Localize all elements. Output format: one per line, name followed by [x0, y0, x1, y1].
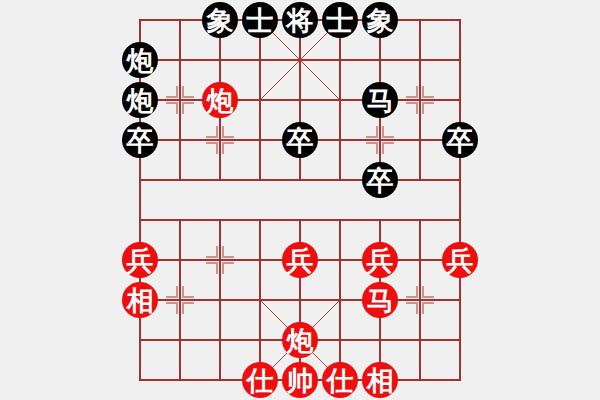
piece-black-horse[interactable]: 马: [362, 82, 398, 118]
piece-red-cannon[interactable]: 炮: [202, 82, 238, 118]
piece-black-soldier[interactable]: 卒: [282, 122, 318, 158]
marker-corner: [422, 302, 434, 314]
marker-corner: [406, 102, 418, 114]
piece-glyph: 卒: [447, 127, 474, 154]
marker-corner: [182, 302, 194, 314]
piece-glyph: 仕: [327, 367, 354, 394]
point-marker: [166, 86, 194, 114]
marker-corner: [166, 302, 178, 314]
marker-corner: [366, 142, 378, 154]
piece-black-soldier[interactable]: 卒: [362, 162, 398, 198]
xiangqi-screen: 象士将士象炮炮炮马卒卒卒卒兵兵兵兵相马炮仕帅仕相: [0, 0, 600, 400]
marker-corner: [422, 102, 434, 114]
marker-corner: [406, 86, 418, 98]
piece-glyph: 兵: [287, 247, 314, 274]
marker-corner: [406, 302, 418, 314]
marker-corner: [366, 126, 378, 138]
piece-red-soldier[interactable]: 兵: [362, 242, 398, 278]
piece-glyph: 兵: [447, 247, 474, 274]
piece-glyph: 象: [367, 7, 394, 34]
point-marker: [406, 86, 434, 114]
piece-glyph: 炮: [127, 47, 154, 74]
marker-corner: [182, 86, 194, 98]
piece-black-advisor[interactable]: 士: [322, 2, 358, 38]
piece-black-elephant[interactable]: 象: [362, 2, 398, 38]
piece-black-general[interactable]: 将: [282, 2, 318, 38]
piece-red-horse[interactable]: 马: [362, 282, 398, 318]
piece-red-soldier[interactable]: 兵: [282, 242, 318, 278]
piece-red-cannon[interactable]: 炮: [282, 322, 318, 358]
piece-glyph: 兵: [127, 247, 154, 274]
piece-glyph: 帅: [287, 367, 314, 394]
piece-glyph: 马: [367, 87, 394, 114]
piece-red-general[interactable]: 帅: [282, 362, 318, 398]
piece-glyph: 卒: [127, 127, 154, 154]
marker-corner: [166, 86, 178, 98]
marker-corner: [222, 126, 234, 138]
piece-black-soldier[interactable]: 卒: [122, 122, 158, 158]
marker-corner: [206, 246, 218, 258]
piece-glyph: 将: [287, 7, 314, 34]
marker-corner: [182, 102, 194, 114]
marker-corner: [166, 102, 178, 114]
point-marker: [406, 286, 434, 314]
piece-black-cannon[interactable]: 炮: [122, 42, 158, 78]
point-marker: [166, 286, 194, 314]
marker-corner: [182, 286, 194, 298]
piece-red-elephant[interactable]: 相: [122, 282, 158, 318]
piece-glyph: 兵: [367, 247, 394, 274]
piece-glyph: 马: [367, 287, 394, 314]
piece-black-advisor[interactable]: 士: [242, 2, 278, 38]
point-marker: [366, 126, 394, 154]
piece-glyph: 仕: [247, 367, 274, 394]
piece-red-soldier[interactable]: 兵: [122, 242, 158, 278]
marker-corner: [222, 262, 234, 274]
marker-corner: [406, 286, 418, 298]
marker-corner: [422, 286, 434, 298]
piece-glyph: 卒: [367, 167, 394, 194]
piece-red-advisor[interactable]: 仕: [322, 362, 358, 398]
marker-corner: [382, 126, 394, 138]
marker-corner: [206, 262, 218, 274]
marker-corner: [382, 142, 394, 154]
piece-glyph: 卒: [287, 127, 314, 154]
marker-corner: [166, 286, 178, 298]
piece-red-soldier[interactable]: 兵: [442, 242, 478, 278]
piece-black-cannon[interactable]: 炮: [122, 82, 158, 118]
point-marker: [206, 246, 234, 274]
piece-red-elephant[interactable]: 相: [362, 362, 398, 398]
marker-corner: [222, 142, 234, 154]
marker-corner: [206, 126, 218, 138]
piece-glyph: 士: [327, 7, 354, 34]
piece-glyph: 象: [207, 7, 234, 34]
piece-red-advisor[interactable]: 仕: [242, 362, 278, 398]
piece-glyph: 相: [127, 287, 154, 314]
piece-glyph: 炮: [127, 87, 154, 114]
marker-corner: [206, 142, 218, 154]
point-marker: [206, 126, 234, 154]
marker-corner: [422, 86, 434, 98]
piece-glyph: 炮: [287, 327, 314, 354]
piece-glyph: 相: [367, 367, 394, 394]
piece-black-elephant[interactable]: 象: [202, 2, 238, 38]
marker-corner: [222, 246, 234, 258]
piece-glyph: 士: [247, 7, 274, 34]
piece-black-soldier[interactable]: 卒: [442, 122, 478, 158]
piece-glyph: 炮: [207, 87, 234, 114]
